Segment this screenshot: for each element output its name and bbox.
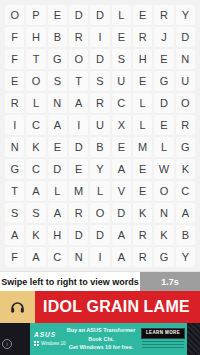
asus-logo: ASUS — [34, 332, 61, 338]
grid-cell[interactable]: E — [133, 71, 152, 91]
windows-logo: Windows 10 — [34, 341, 61, 346]
grid-cell[interactable]: F — [5, 27, 24, 47]
grid-cell[interactable]: D — [69, 137, 88, 157]
grid-cell[interactable]: R — [90, 93, 109, 113]
learn-more-button[interactable]: LEARN MORE — [141, 328, 185, 339]
grid-cell[interactable]: F — [5, 49, 24, 69]
grid-cell[interactable]: D — [69, 5, 88, 25]
grid-cell[interactable]: L — [48, 181, 67, 201]
grid-cell[interactable]: O — [90, 203, 109, 223]
grid-cell[interactable]: O — [5, 5, 24, 25]
headphones-icon — [9, 299, 26, 315]
timer-badge: 1.7s — [140, 272, 200, 291]
grid-cell[interactable]: P — [26, 5, 45, 25]
grid-cell[interactable]: L — [112, 5, 131, 25]
grid-cell[interactable]: A — [26, 181, 45, 201]
grid-cell[interactable]: V — [112, 181, 131, 201]
grid-cell[interactable]: A — [69, 93, 88, 113]
grid-cell[interactable]: R — [133, 225, 152, 245]
grid-cell[interactable]: D — [154, 93, 173, 113]
grid-cell[interactable]: O — [176, 93, 195, 113]
grid-cell[interactable]: D — [90, 49, 109, 69]
word-search-app: OPEDDLERYFHBRIERJDFTGODSHENEOSTSUEGURLNA… — [0, 0, 200, 355]
grid-cell[interactable]: R — [69, 203, 88, 223]
grid-cell[interactable]: E — [133, 159, 152, 179]
grid-cell[interactable]: N — [154, 203, 173, 223]
ad-info-area: i — [0, 323, 30, 355]
grid-cell[interactable]: L — [26, 93, 45, 113]
grid-cell[interactable]: E — [5, 71, 24, 91]
word-label: GRAIN — [86, 298, 139, 316]
grid-cell[interactable]: L — [154, 137, 173, 157]
grid-cell[interactable]: C — [26, 115, 45, 135]
grid-cell[interactable]: D — [90, 225, 109, 245]
grid-cell[interactable]: A — [5, 225, 24, 245]
swipe-hint-text: Swipe left to right to view words — [0, 272, 140, 291]
grid-cell[interactable]: E — [133, 5, 152, 25]
grid-cell[interactable]: R — [69, 27, 88, 47]
grid-cell[interactable]: I — [90, 247, 109, 267]
grid-cell[interactable]: S — [90, 71, 109, 91]
grid-cell[interactable]: R — [176, 115, 195, 135]
grid-cell[interactable]: O — [69, 49, 88, 69]
ad-right-edge — [187, 323, 200, 355]
grid-cell[interactable]: I — [5, 115, 24, 135]
grid-cell[interactable]: E — [154, 49, 173, 69]
grid-cell[interactable]: A — [48, 115, 67, 135]
status-bar: Swipe left to right to view words 1.7s — [0, 271, 200, 291]
grid-cell[interactable]: L — [133, 115, 152, 135]
grid-cell[interactable]: K — [26, 137, 45, 157]
grid-cell[interactable]: D — [112, 203, 131, 223]
grid-cell[interactable]: C — [48, 247, 67, 267]
grid-cell[interactable]: H — [26, 27, 45, 47]
grid-cell[interactable]: N — [69, 247, 88, 267]
grid-cell[interactable]: O — [154, 181, 173, 201]
grid-cell[interactable]: E — [154, 115, 173, 135]
grid-cell[interactable]: A — [112, 159, 131, 179]
ad-content[interactable]: ASUS Windows 10 Buy an ASUS Transformer … — [30, 323, 187, 355]
grid-cell[interactable]: B — [90, 137, 109, 157]
grid-cell[interactable]: E — [69, 159, 88, 179]
grid-cell[interactable]: I — [69, 115, 88, 135]
grid-cell[interactable]: R — [133, 27, 152, 47]
grid-cell[interactable]: S — [112, 49, 131, 69]
grid-cell[interactable]: E — [48, 5, 67, 25]
ad-banner[interactable]: i ASUS Windows 10 Buy an ASUS Transforme… — [0, 323, 200, 355]
ad-copy: Buy an ASUS Transformer Book Chi. Get Wi… — [64, 326, 138, 352]
grid-cell[interactable]: K — [133, 203, 152, 223]
grid-cell[interactable]: D — [176, 27, 195, 47]
grid-cell[interactable]: W — [154, 159, 173, 179]
grid-cell[interactable]: K — [154, 225, 173, 245]
letter-grid[interactable]: OPEDDLERYFHBRIERJDFTGODSHENEOSTSUEGURLNA… — [4, 4, 196, 268]
grid-cell[interactable]: O — [26, 71, 45, 91]
ad-copy-line1: Buy an ASUS Transformer Book Chi. — [64, 326, 138, 343]
grid-cell[interactable]: D — [48, 159, 67, 179]
grid-cell[interactable]: A — [26, 247, 45, 267]
grid-cell[interactable]: R — [5, 93, 24, 113]
grid-cell[interactable]: C — [26, 159, 45, 179]
grid-cell[interactable]: D — [69, 225, 88, 245]
grid-cell[interactable]: T — [5, 181, 24, 201]
grid-cell[interactable]: L — [133, 93, 152, 113]
grid-cell[interactable]: K — [176, 159, 195, 179]
windows-flag-icon — [34, 341, 39, 346]
grid-cell[interactable]: I — [90, 27, 109, 47]
grid-cell[interactable]: S — [26, 203, 45, 223]
grid-cell[interactable]: S — [5, 203, 24, 223]
grid-cell[interactable]: M — [133, 137, 152, 157]
grid-cell[interactable]: U — [176, 71, 195, 91]
grid-cell[interactable]: Y — [176, 247, 195, 267]
grid-cell[interactable]: J — [154, 27, 173, 47]
grid-cell[interactable]: T — [26, 49, 45, 69]
grid-cell[interactable]: B — [48, 27, 67, 47]
grid-cell[interactable]: E — [112, 137, 131, 157]
grid-cell[interactable]: H — [133, 49, 152, 69]
grid-cell[interactable]: M — [69, 181, 88, 201]
ad-logos: ASUS Windows 10 — [34, 332, 61, 346]
grid-cell[interactable]: R — [154, 5, 173, 25]
grid-cell[interactable]: F — [5, 247, 24, 267]
grid-cell[interactable]: E — [48, 137, 67, 157]
ad-copy-line2: Get Windows 10 for free. — [64, 343, 138, 352]
grid-cell[interactable]: C — [176, 181, 195, 201]
grid-cell[interactable]: B — [176, 225, 195, 245]
grid-cell[interactable]: A — [112, 247, 131, 267]
audio-button[interactable] — [0, 291, 35, 323]
grid-cell[interactable]: A — [48, 203, 67, 223]
grid-cell[interactable]: C — [112, 93, 131, 113]
grid-cell[interactable]: D — [90, 5, 109, 25]
windows-logo-text: Windows 10 — [41, 341, 66, 346]
grid-cell[interactable]: N — [48, 93, 67, 113]
grid-cell[interactable]: G — [5, 159, 24, 179]
grid-cell[interactable]: E — [112, 27, 131, 47]
grid-cell[interactable]: H — [48, 225, 67, 245]
grid-cell[interactable]: N — [5, 137, 24, 157]
word-label: LAME — [143, 298, 190, 316]
grid-cell[interactable]: R — [133, 247, 152, 267]
grid-cell[interactable]: A — [176, 203, 195, 223]
grid-cell[interactable]: U — [90, 115, 109, 135]
grid-cell[interactable]: Y — [176, 5, 195, 25]
grid-cell[interactable]: X — [112, 115, 131, 135]
grid-cell[interactable]: L — [90, 181, 109, 201]
word-label: IDOL — [43, 298, 82, 316]
grid-cell[interactable]: S — [48, 71, 67, 91]
grid-cell[interactable]: G — [154, 247, 173, 267]
grid-cell[interactable]: G — [154, 71, 173, 91]
grid-cell[interactable]: U — [112, 71, 131, 91]
word-list-bar: IDOL GRAIN LAME — [0, 291, 200, 323]
grid-cell[interactable]: T — [69, 71, 88, 91]
grid-cell[interactable]: A — [112, 225, 131, 245]
ad-info-icon[interactable]: i — [2, 339, 12, 349]
ad-fineprint — [142, 341, 184, 350]
ad-cta-area: LEARN MORE — [141, 328, 185, 350]
grid-cell[interactable]: G — [48, 49, 67, 69]
grid-cell[interactable]: N — [176, 49, 195, 69]
words-strip[interactable]: IDOL GRAIN LAME — [35, 291, 200, 323]
grid-cell[interactable]: Y — [90, 159, 109, 179]
grid-cell[interactable]: G — [176, 137, 195, 157]
grid-cell[interactable]: K — [26, 225, 45, 245]
grid-cell[interactable]: E — [133, 181, 152, 201]
